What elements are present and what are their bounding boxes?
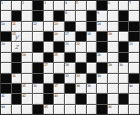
clue-number: 10 (1, 22, 5, 25)
cell-r9-c8[interactable]: 38 (76, 84, 86, 93)
cell-r8-c7[interactable]: 32 (65, 74, 75, 83)
black-cell-r10-c8 (76, 94, 86, 103)
cell-r4-c2[interactable]: 15y (12, 32, 22, 41)
black-cell-r1-c4 (33, 1, 43, 10)
clue-number: 23 (129, 42, 133, 45)
clue-number: 32 (65, 74, 69, 77)
black-cell-r4-c1 (1, 32, 11, 41)
cell-r9-c12[interactable] (119, 84, 129, 93)
cell-r9-c4[interactable]: 36 (33, 84, 43, 93)
black-cell-r3-c13 (129, 22, 139, 31)
crossword-grid: 123456789101112131415y1617181920z2122232… (0, 0, 140, 115)
clue-number: 18 (87, 32, 91, 35)
cell-r10-c4[interactable] (33, 94, 43, 103)
clue-number: 7 (129, 1, 131, 4)
clue-number: 30 (119, 63, 123, 66)
cell-r10-c1[interactable]: 41 (1, 94, 11, 103)
black-cell-r4-c5 (44, 32, 54, 41)
black-cell-r10-c5 (44, 94, 54, 103)
cell-r3-c3[interactable] (22, 22, 32, 31)
cell-r11-c6[interactable] (54, 105, 64, 114)
clue-number: 3 (44, 1, 46, 4)
black-cell-r2-c6 (54, 11, 64, 20)
black-cell-r6-c12 (119, 53, 129, 62)
cell-r9-c10[interactable] (97, 84, 107, 93)
black-cell-r8-c9 (87, 74, 97, 83)
cell-r4-c7[interactable]: 17 (65, 32, 75, 41)
black-cell-r11-c10 (97, 105, 107, 114)
clue-number: 6 (108, 1, 110, 4)
cell-r7-c6[interactable] (54, 63, 64, 72)
cell-r7-c9[interactable] (87, 63, 97, 72)
black-cell-r6-c5 (44, 53, 54, 62)
black-cell-r8-c4 (33, 74, 43, 83)
cell-r2-c1[interactable] (1, 11, 11, 20)
black-cell-r5-c4 (33, 42, 43, 51)
black-cell-r2-c9 (87, 11, 97, 20)
clue-number: 29 (108, 63, 112, 66)
clue-number: 35 (22, 84, 26, 87)
cell-r1-c6[interactable] (54, 1, 64, 10)
black-cell-r8-c13 (129, 74, 139, 83)
cell-r6-c1[interactable] (1, 53, 11, 62)
cell-r8-c2[interactable]: 31 (12, 74, 22, 83)
cell-r11-c13[interactable] (129, 105, 139, 114)
cell-r6-c10[interactable]: 26 (97, 53, 107, 62)
clue-number: 17 (65, 32, 69, 35)
black-cell-r6-c2 (12, 53, 22, 62)
cell-r11-c5[interactable]: 45 (44, 105, 54, 114)
cell-r5-c2[interactable]: z (12, 42, 22, 51)
black-cell-r3-c9 (87, 22, 97, 31)
cell-r9-c11[interactable] (108, 84, 118, 93)
black-cell-r11-c4 (33, 105, 43, 114)
cell-r1-c12[interactable] (119, 1, 129, 10)
cell-r3-c8[interactable] (76, 22, 86, 31)
black-cell-r7-c10 (97, 63, 107, 72)
clue-number: 4 (65, 1, 67, 4)
cell-r3-c1[interactable]: 10 (1, 22, 11, 31)
black-cell-r9-c7 (65, 84, 75, 93)
clue-number: 16 (54, 32, 58, 35)
black-cell-r9-c2 (12, 84, 22, 93)
black-cell-r4-c13 (129, 32, 139, 41)
cell-r6-c4[interactable] (33, 53, 43, 62)
puzzle: 123456789101112131415y1617181920z2122232… (0, 0, 140, 115)
clue-number: 19 (108, 32, 112, 35)
cell-r5-c5[interactable] (44, 42, 54, 51)
cell-r10-c11[interactable] (108, 94, 118, 103)
cell-r6-c8[interactable] (76, 53, 86, 62)
cell-r3-c4[interactable]: 12 (33, 22, 43, 31)
cell-r1-c2[interactable] (12, 1, 22, 10)
black-cell-r5-c6 (54, 42, 64, 51)
clue-number: 20 (1, 42, 5, 45)
cell-r11-c8[interactable] (76, 105, 86, 114)
clue-number: 45 (44, 105, 48, 108)
clue-number: 28 (65, 63, 69, 66)
cell-r11-c7[interactable] (65, 105, 75, 114)
clue-number: 34 (97, 74, 101, 77)
cell-r3-c11[interactable] (108, 22, 118, 31)
black-cell-r6-c9 (87, 53, 97, 62)
cell-r8-c12[interactable] (119, 74, 129, 83)
clue-number: 31 (12, 74, 16, 77)
black-cell-r9-c1 (1, 84, 11, 93)
black-cell-r3-c7 (65, 22, 75, 31)
cell-r10-c9[interactable] (87, 94, 97, 103)
cell-r2-c7[interactable]: 8 (65, 11, 75, 20)
clue-number: 38 (76, 84, 80, 87)
black-cell-r7-c8 (76, 63, 86, 72)
cell-r5-c13[interactable]: 23 (129, 42, 139, 51)
cell-r2-c13[interactable] (129, 11, 139, 20)
clue-number: 36 (33, 84, 37, 87)
clue-number: 12 (33, 22, 37, 25)
cell-r10-c13[interactable] (129, 94, 139, 103)
cell-r2-c8[interactable] (76, 11, 86, 20)
cell-r8-c8[interactable]: 33 (76, 74, 86, 83)
cell-r7-c3[interactable] (22, 63, 32, 72)
cell-r1-c9[interactable] (87, 1, 97, 10)
cell-r6-c6[interactable]: 25 (54, 53, 64, 62)
cell-r4-c11[interactable]: 19 (108, 32, 118, 41)
black-cell-r8-c6 (54, 74, 64, 83)
clue-number: 8 (65, 11, 67, 14)
cell-r7-c12[interactable]: 30 (119, 63, 129, 72)
clue-number: 39 (87, 84, 91, 87)
black-cell-r9-c5 (44, 84, 54, 93)
clue-number: 37 (54, 84, 58, 87)
cell-r8-c3[interactable] (22, 74, 32, 83)
clue-number: 13 (54, 22, 58, 25)
cell-r7-c1[interactable] (1, 63, 11, 72)
cell-r11-c9[interactable] (87, 105, 97, 114)
clue-number: 22 (76, 42, 80, 45)
clue-number: 5 (76, 1, 78, 4)
black-cell-r2-c2 (12, 11, 22, 20)
black-cell-r10-c12 (119, 94, 129, 103)
cell-r11-c2[interactable] (12, 105, 22, 114)
black-cell-r2-c12 (119, 11, 129, 20)
clue-number: 26 (97, 53, 101, 56)
cell-r3-c10[interactable]: 14 (97, 22, 107, 31)
cell-r7-c11[interactable]: 29 (108, 63, 118, 72)
cell-r1-c1[interactable]: 1 (1, 1, 11, 10)
clue-number: 40 (129, 84, 133, 87)
cell-r11-c12[interactable] (119, 105, 129, 114)
clue-number: 1 (1, 1, 3, 4)
cell-r1-c7[interactable]: 4 (65, 1, 75, 10)
cell-r3-c6[interactable]: 13 (54, 22, 64, 31)
cell-r9-c3[interactable]: 35 (22, 84, 32, 93)
black-cell-r1-c10 (97, 1, 107, 10)
cell-r4-c6[interactable]: 16 (54, 32, 64, 41)
cell-r11-c3[interactable] (22, 105, 32, 114)
cell-r11-c11[interactable]: 46 (108, 105, 118, 114)
clue-number: 33 (76, 74, 80, 77)
cell-r5-c1[interactable]: 20 (1, 42, 11, 51)
black-cell-r7-c2 (12, 63, 22, 72)
clue-number: 11 (12, 22, 16, 25)
clue-number: 14 (97, 22, 101, 25)
cell-r8-c10[interactable]: 34 (97, 74, 107, 83)
cell-r5-c7[interactable]: 21 (65, 42, 75, 51)
black-cell-r10-c2 (12, 94, 22, 103)
cell-r4-c9[interactable]: 18 (87, 32, 97, 41)
cell-r4-c12[interactable] (119, 32, 129, 41)
black-cell-r2-c4 (33, 11, 43, 20)
cell-r5-c11[interactable] (108, 42, 118, 51)
cell-r9-c13[interactable]: 40 (129, 84, 139, 93)
cell-r11-c1[interactable]: 44 (1, 105, 11, 114)
pencil-mark: z (12, 42, 22, 51)
clue-number: 25 (54, 53, 58, 56)
clue-number: 44 (1, 105, 5, 108)
cell-r3-c2[interactable]: 11 (12, 22, 22, 31)
cell-r8-c5[interactable] (44, 74, 54, 83)
cell-r1-c8[interactable]: 5 (76, 1, 86, 10)
cell-r6-c11[interactable] (108, 53, 118, 62)
clue-number: 21 (65, 42, 69, 45)
cell-r7-c5[interactable]: 27 (44, 63, 54, 72)
cell-r3-c5[interactable] (44, 22, 54, 31)
black-cell-r4-c8 (76, 32, 86, 41)
cell-r5-c8[interactable]: 22 (76, 42, 86, 51)
cell-r7-c13[interactable] (129, 63, 139, 72)
cell-r1-c13[interactable]: 7 (129, 1, 139, 10)
black-cell-r4-c10 (97, 32, 107, 41)
cell-r1-c3[interactable]: 2 (22, 1, 32, 10)
cell-r2-c3[interactable] (22, 11, 32, 20)
clue-number: 42 (22, 94, 26, 97)
cell-r10-c3[interactable]: 42 (22, 94, 32, 103)
cell-r9-c6[interactable]: 37 (54, 84, 64, 93)
clue-number: 46 (108, 105, 112, 108)
clue-number: 2 (22, 1, 24, 4)
cell-r6-c3[interactable]: 24 (22, 53, 32, 62)
cell-r2-c11[interactable] (108, 11, 118, 20)
cell-r1-c11[interactable]: 6 (108, 1, 118, 10)
cell-r10-c7[interactable] (65, 94, 75, 103)
cell-r4-c4[interactable] (33, 32, 43, 41)
clue-number: 41 (1, 94, 5, 97)
cell-r8-c11[interactable] (108, 74, 118, 83)
cell-r6-c13[interactable] (129, 53, 139, 62)
cell-r1-c5[interactable]: 3 (44, 1, 54, 10)
cell-r9-c9[interactable]: 39 (87, 84, 97, 93)
black-cell-r5-c10 (97, 42, 107, 51)
cell-r2-c10[interactable]: 9 (97, 11, 107, 20)
black-cell-r5-c12 (119, 42, 129, 51)
black-cell-r6-c7 (65, 53, 75, 62)
cell-r5-c3[interactable] (22, 42, 32, 51)
cell-r5-c9[interactable] (87, 42, 97, 51)
black-cell-r3-c12 (119, 22, 129, 31)
cell-r7-c7[interactable]: 28 (65, 63, 75, 72)
clue-number: 9 (97, 11, 99, 14)
clue-number: 27 (44, 63, 48, 66)
cell-r10-c6[interactable]: 43 (54, 94, 64, 103)
black-cell-r10-c10 (97, 94, 107, 103)
clue-number: 43 (54, 94, 58, 97)
black-cell-r8-c1 (1, 74, 11, 83)
clue-number: 24 (22, 53, 26, 56)
black-cell-r7-c4 (33, 63, 43, 72)
cell-r4-c3[interactable] (22, 32, 32, 41)
pencil-mark: y (12, 32, 22, 41)
cell-r2-c5[interactable] (44, 11, 54, 20)
